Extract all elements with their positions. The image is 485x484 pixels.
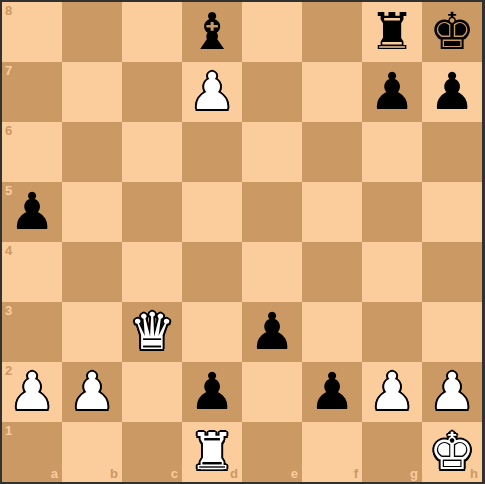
square-h5[interactable] xyxy=(422,182,482,242)
square-e6[interactable] xyxy=(242,122,302,182)
square-g6[interactable] xyxy=(362,122,422,182)
piece-black-king[interactable]: ♚ xyxy=(429,2,475,62)
file-label-a: a xyxy=(51,467,58,480)
piece-black-pawn[interactable]: ♟ xyxy=(189,362,235,422)
square-a7[interactable]: 7 xyxy=(2,62,62,122)
rank-label-7: 7 xyxy=(5,64,12,77)
piece-white-rook[interactable]: ♜ xyxy=(189,422,235,482)
square-b2[interactable]: ♟ xyxy=(62,362,122,422)
square-f4[interactable] xyxy=(302,242,362,302)
square-b4[interactable] xyxy=(62,242,122,302)
file-label-b: b xyxy=(110,467,118,480)
file-label-g: g xyxy=(410,467,418,480)
square-e4[interactable] xyxy=(242,242,302,302)
square-f2[interactable]: ♟ xyxy=(302,362,362,422)
square-h3[interactable] xyxy=(422,302,482,362)
rank-label-1: 1 xyxy=(5,424,12,437)
square-d1[interactable]: d♜ xyxy=(182,422,242,482)
square-d5[interactable] xyxy=(182,182,242,242)
piece-white-queen[interactable]: ♛ xyxy=(129,302,175,362)
square-g2[interactable]: ♟ xyxy=(362,362,422,422)
square-e8[interactable] xyxy=(242,2,302,62)
square-e1[interactable]: e xyxy=(242,422,302,482)
piece-white-king[interactable]: ♚ xyxy=(429,422,475,482)
square-h6[interactable] xyxy=(422,122,482,182)
square-g4[interactable] xyxy=(362,242,422,302)
square-a1[interactable]: 1a xyxy=(2,422,62,482)
board-frame: 8♝♜♚7♟♟♟65♟43♛♟2♟♟♟♟♟♟1abcd♜efgh♚ xyxy=(0,0,485,484)
square-f5[interactable] xyxy=(302,182,362,242)
square-f8[interactable] xyxy=(302,2,362,62)
piece-white-pawn[interactable]: ♟ xyxy=(189,62,235,122)
file-label-c: c xyxy=(171,467,178,480)
square-c5[interactable] xyxy=(122,182,182,242)
square-g5[interactable] xyxy=(362,182,422,242)
rank-label-6: 6 xyxy=(5,124,12,137)
piece-white-pawn[interactable]: ♟ xyxy=(429,362,475,422)
rank-label-4: 4 xyxy=(5,244,12,257)
square-b6[interactable] xyxy=(62,122,122,182)
square-e5[interactable] xyxy=(242,182,302,242)
chess-board: 8♝♜♚7♟♟♟65♟43♛♟2♟♟♟♟♟♟1abcd♜efgh♚ xyxy=(2,2,482,482)
piece-white-pawn[interactable]: ♟ xyxy=(69,362,115,422)
piece-white-pawn[interactable]: ♟ xyxy=(369,362,415,422)
piece-black-pawn[interactable]: ♟ xyxy=(249,302,295,362)
square-g7[interactable]: ♟ xyxy=(362,62,422,122)
rank-label-3: 3 xyxy=(5,304,12,317)
square-a6[interactable]: 6 xyxy=(2,122,62,182)
square-d4[interactable] xyxy=(182,242,242,302)
square-d3[interactable] xyxy=(182,302,242,362)
square-b8[interactable] xyxy=(62,2,122,62)
square-c1[interactable]: c xyxy=(122,422,182,482)
square-h7[interactable]: ♟ xyxy=(422,62,482,122)
square-a5[interactable]: 5♟ xyxy=(2,182,62,242)
square-a3[interactable]: 3 xyxy=(2,302,62,362)
square-c3[interactable]: ♛ xyxy=(122,302,182,362)
square-e3[interactable]: ♟ xyxy=(242,302,302,362)
square-h8[interactable]: ♚ xyxy=(422,2,482,62)
piece-black-pawn[interactable]: ♟ xyxy=(309,362,355,422)
piece-black-pawn[interactable]: ♟ xyxy=(9,182,55,242)
square-c2[interactable] xyxy=(122,362,182,422)
square-c4[interactable] xyxy=(122,242,182,302)
square-d7[interactable]: ♟ xyxy=(182,62,242,122)
square-b1[interactable]: b xyxy=(62,422,122,482)
piece-black-rook[interactable]: ♜ xyxy=(369,2,415,62)
square-f3[interactable] xyxy=(302,302,362,362)
rank-label-8: 8 xyxy=(5,4,12,17)
piece-black-pawn[interactable]: ♟ xyxy=(369,62,415,122)
square-a8[interactable]: 8 xyxy=(2,2,62,62)
square-g8[interactable]: ♜ xyxy=(362,2,422,62)
square-d2[interactable]: ♟ xyxy=(182,362,242,422)
square-d6[interactable] xyxy=(182,122,242,182)
piece-black-pawn[interactable]: ♟ xyxy=(429,62,475,122)
square-b5[interactable] xyxy=(62,182,122,242)
square-e7[interactable] xyxy=(242,62,302,122)
square-b3[interactable] xyxy=(62,302,122,362)
piece-black-bishop[interactable]: ♝ xyxy=(189,2,235,62)
square-f1[interactable]: f xyxy=(302,422,362,482)
square-a4[interactable]: 4 xyxy=(2,242,62,302)
square-h1[interactable]: h♚ xyxy=(422,422,482,482)
square-c8[interactable] xyxy=(122,2,182,62)
square-g3[interactable] xyxy=(362,302,422,362)
square-c7[interactable] xyxy=(122,62,182,122)
square-f6[interactable] xyxy=(302,122,362,182)
square-d8[interactable]: ♝ xyxy=(182,2,242,62)
square-c6[interactable] xyxy=(122,122,182,182)
square-b7[interactable] xyxy=(62,62,122,122)
square-g1[interactable]: g xyxy=(362,422,422,482)
piece-white-pawn[interactable]: ♟ xyxy=(9,362,55,422)
file-label-f: f xyxy=(354,467,358,480)
square-h4[interactable] xyxy=(422,242,482,302)
square-e2[interactable] xyxy=(242,362,302,422)
file-label-e: e xyxy=(291,467,298,480)
square-h2[interactable]: ♟ xyxy=(422,362,482,422)
square-f7[interactable] xyxy=(302,62,362,122)
square-a2[interactable]: 2♟ xyxy=(2,362,62,422)
